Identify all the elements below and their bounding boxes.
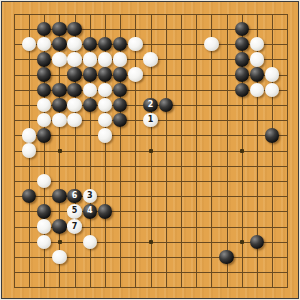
white-stone [250,37,265,52]
white-stone [250,83,265,98]
black-stone [52,83,67,98]
white-stone [98,98,113,113]
white-stone [113,52,128,67]
star-point [240,240,244,244]
grid-line-horizontal [14,211,289,212]
white-stone [37,219,52,234]
white-stone [143,52,158,67]
black-stone [235,22,250,37]
black-stone [98,204,113,219]
white-stone [250,52,265,67]
white-stone [67,52,82,67]
grid-line-vertical [166,14,167,289]
white-stone [265,67,280,82]
grid-line-vertical [196,14,197,289]
black-stone [159,98,174,113]
move-number-label: 5 [72,207,78,215]
white-stone [22,37,37,52]
black-stone [98,37,113,52]
move-number-label: 7 [72,223,78,231]
black-stone [52,22,67,37]
black-stone [113,67,128,82]
black-stone [52,219,67,234]
black-stone [37,22,52,37]
black-stone [67,83,82,98]
black-stone-move-6: 6 [67,189,82,204]
grid-line-horizontal [14,166,289,167]
grid-line-horizontal [14,287,289,288]
star-point [58,149,62,153]
grid-line-vertical [211,14,212,289]
white-stone [83,83,98,98]
white-stone [52,52,67,67]
black-stone [67,67,82,82]
star-point [149,149,153,153]
black-stone [83,37,98,52]
black-stone [113,98,128,113]
move-number-label: 2 [148,101,154,109]
move-number-label: 4 [87,207,93,215]
black-stone [250,67,265,82]
white-stone [67,113,82,128]
star-point [240,149,244,153]
grid-line-vertical [227,14,228,289]
black-stone [219,250,234,265]
white-stone [37,174,52,189]
white-stone [67,37,82,52]
go-board[interactable]: 2163547 [1,1,299,299]
star-point [149,240,153,244]
black-stone [235,37,250,52]
black-stone [37,128,52,143]
black-stone [52,37,67,52]
move-number-label: 3 [87,192,93,200]
white-stone [98,83,113,98]
white-stone [52,250,67,265]
black-stone-move-4: 4 [83,204,98,219]
white-stone [22,143,37,158]
white-stone [265,83,280,98]
move-number-label: 1 [148,116,154,124]
black-stone [37,204,52,219]
black-stone [52,189,67,204]
black-stone [37,67,52,82]
black-stone [235,67,250,82]
grid-line-vertical [181,14,182,289]
black-stone [22,189,37,204]
white-stone [98,52,113,67]
black-stone [83,67,98,82]
white-stone [37,113,52,128]
move-number-label: 6 [72,192,78,200]
black-stone-move-2: 2 [143,98,158,113]
black-stone [37,52,52,67]
grid-line-vertical [272,14,273,289]
white-stone [98,113,113,128]
black-stone [113,83,128,98]
white-stone-move-3: 3 [83,189,98,204]
white-stone [204,37,219,52]
white-stone [83,235,98,250]
white-stone [83,52,98,67]
black-stone [250,235,265,250]
black-stone [67,22,82,37]
white-stone-move-1: 1 [143,113,158,128]
black-stone [83,98,98,113]
white-stone [52,113,67,128]
black-stone [37,83,52,98]
white-stone [128,67,143,82]
star-point [58,240,62,244]
white-stone [37,98,52,113]
white-stone [37,37,52,52]
white-stone [37,235,52,250]
black-stone [113,37,128,52]
white-stone [67,98,82,113]
black-stone [235,83,250,98]
grid-line-horizontal [14,181,289,182]
white-stone [22,128,37,143]
black-stone [113,113,128,128]
black-stone [235,52,250,67]
black-stone [52,98,67,113]
white-stone [128,37,143,52]
grid-line-horizontal [14,272,289,273]
white-stone [98,128,113,143]
white-stone-move-7: 7 [67,219,82,234]
go-diagram: 2163547 [0,0,300,300]
black-stone [265,128,280,143]
black-stone [98,67,113,82]
white-stone-move-5: 5 [67,204,82,219]
grid-line-vertical [287,14,288,289]
